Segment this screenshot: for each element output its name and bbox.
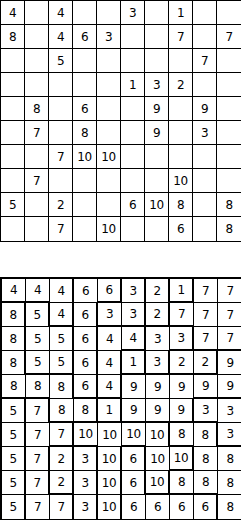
solution-cell-r2c2: 5 <box>26 303 50 327</box>
puzzle-cell-r9c9[interactable] <box>193 193 217 217</box>
puzzle-cell-r2c6[interactable] <box>121 25 145 49</box>
puzzle-cell-r7c5[interactable]: 10 <box>97 145 121 169</box>
puzzle-cell-r7c10[interactable] <box>217 145 241 169</box>
puzzle-cell-r3c5[interactable] <box>97 49 121 73</box>
solution-cell-r6c5: 1 <box>98 399 122 423</box>
puzzle-cell-r4c8[interactable]: 2 <box>169 73 193 97</box>
puzzle-cell-r6c7[interactable]: 9 <box>145 121 169 145</box>
solution-cell-r3c10: 7 <box>218 327 241 351</box>
solution-cell-r8c4: 3 <box>74 447 98 471</box>
puzzle-cell-r8c9[interactable] <box>193 169 217 193</box>
puzzle-cell-r5c4[interactable]: 6 <box>73 97 97 121</box>
puzzle-cell-r1c5[interactable] <box>97 1 121 25</box>
puzzle-cell-r1c9[interactable] <box>193 1 217 25</box>
puzzle-cell-r6c2[interactable]: 7 <box>25 121 49 145</box>
puzzle-cell-r8c8[interactable]: 10 <box>169 169 193 193</box>
puzzle-cell-r10c10[interactable]: 8 <box>217 217 241 241</box>
puzzle-cell-r4c3[interactable] <box>49 73 73 97</box>
solution-cell-r5c9: 9 <box>194 375 218 399</box>
solution-cell-r7c3: 7 <box>50 423 74 447</box>
solution-cell-r9c8: 8 <box>170 471 194 495</box>
solution-cell-r4c7: 3 <box>146 351 170 375</box>
solution-cell-r3c3: 5 <box>50 327 74 351</box>
puzzle-cell-r6c9[interactable]: 3 <box>193 121 217 145</box>
solution-cell-r1c10: 7 <box>218 279 241 303</box>
fillomino-solution-grid: 4446632177854633277785564433778556413229… <box>0 277 241 520</box>
solution-cell-r7c4: 10 <box>74 423 98 447</box>
puzzle-cell-r9c7[interactable]: 10 <box>145 193 169 217</box>
puzzle-cell-r5c9[interactable]: 9 <box>193 97 217 121</box>
puzzle-cell-r2c2[interactable] <box>25 25 49 49</box>
solution-cell-r5c7: 9 <box>146 375 170 399</box>
solution-cell-r8c3: 2 <box>50 447 74 471</box>
puzzle-cell-r5c8[interactable] <box>169 97 193 121</box>
solution-cell-r2c9: 7 <box>194 303 218 327</box>
solution-cell-r9c9: 8 <box>194 471 218 495</box>
solution-cell-r9c6: 6 <box>122 471 146 495</box>
solution-cell-r1c5: 6 <box>98 279 122 303</box>
solution-cell-r2c7: 2 <box>146 303 170 327</box>
puzzle-cell-r10c2[interactable] <box>25 217 49 241</box>
solution-cell-r9c10: 8 <box>218 471 241 495</box>
solution-cell-r3c4: 6 <box>74 327 98 351</box>
puzzle-cell-r9c8[interactable]: 8 <box>169 193 193 217</box>
puzzle-cell-r4c6[interactable]: 1 <box>121 73 145 97</box>
puzzle-cell-r2c8[interactable]: 7 <box>169 25 193 49</box>
puzzle-cell-r10c4[interactable] <box>73 217 97 241</box>
puzzle-cell-r7c2[interactable] <box>25 145 49 169</box>
solution-cell-r8c2: 7 <box>26 447 50 471</box>
solution-cell-r9c3: 2 <box>50 471 74 495</box>
solution-cell-r4c1: 8 <box>2 351 26 375</box>
fillomino-puzzle-grid: 4431846377571328699789371010710526108871… <box>0 0 241 242</box>
solution-cell-r3c1: 8 <box>2 327 26 351</box>
puzzle-cell-r7c7[interactable] <box>145 145 169 169</box>
puzzle-cell-r8c1[interactable] <box>1 169 25 193</box>
puzzle-cell-r1c6[interactable]: 3 <box>121 1 145 25</box>
puzzle-cell-r10c7[interactable] <box>145 217 169 241</box>
solution-cell-r5c4: 6 <box>74 375 98 399</box>
solution-cell-r3c8: 3 <box>170 327 194 351</box>
solution-cell-r5c5: 4 <box>98 375 122 399</box>
solution-cell-r4c2: 5 <box>26 351 50 375</box>
puzzle-cell-r3c4[interactable] <box>73 49 97 73</box>
puzzle-cell-r5c2[interactable]: 8 <box>25 97 49 121</box>
solution-cell-r1c7: 2 <box>146 279 170 303</box>
puzzle-cell-r5c5[interactable] <box>97 97 121 121</box>
solution-cell-r5c3: 8 <box>50 375 74 399</box>
solution-cell-r6c2: 7 <box>26 399 50 423</box>
puzzle-cell-r2c1[interactable]: 8 <box>1 25 25 49</box>
puzzle-cell-r9c4[interactable] <box>73 193 97 217</box>
puzzle-cell-r8c10[interactable] <box>217 169 241 193</box>
solution-cell-r8c5: 10 <box>98 447 122 471</box>
puzzle-cell-r10c6[interactable] <box>121 217 145 241</box>
solution-cell-r4c10: 9 <box>218 351 241 375</box>
puzzle-cell-r5c3[interactable] <box>49 97 73 121</box>
solution-cell-r6c3: 8 <box>50 399 74 423</box>
solution-cell-r5c2: 8 <box>26 375 50 399</box>
solution-cell-r10c4: 3 <box>74 495 98 519</box>
solution-cell-r1c1: 4 <box>2 279 26 303</box>
solution-cell-r9c1: 5 <box>2 471 26 495</box>
solution-cell-r7c7: 10 <box>146 423 170 447</box>
solution-cell-r7c10: 3 <box>218 423 241 447</box>
solution-cell-r1c2: 4 <box>26 279 50 303</box>
puzzle-cell-r6c8[interactable] <box>169 121 193 145</box>
puzzle-cell-r7c3[interactable]: 7 <box>49 145 73 169</box>
puzzle-cell-r9c6[interactable]: 6 <box>121 193 145 217</box>
puzzle-cell-r5c6[interactable] <box>121 97 145 121</box>
solution-cell-r9c7: 10 <box>146 471 170 495</box>
solution-cell-r4c6: 1 <box>122 351 146 375</box>
puzzle-cell-r9c1[interactable]: 5 <box>1 193 25 217</box>
solution-cell-r10c8: 6 <box>170 495 194 519</box>
solution-cell-r9c5: 10 <box>98 471 122 495</box>
solution-cell-r3c7: 3 <box>146 327 170 351</box>
solution-cell-r6c1: 5 <box>2 399 26 423</box>
solution-cell-r6c6: 9 <box>122 399 146 423</box>
puzzle-cell-r1c10[interactable] <box>217 1 241 25</box>
puzzle-cell-r8c4[interactable] <box>73 169 97 193</box>
solution-cell-r2c4: 6 <box>74 303 98 327</box>
solution-cell-r5c8: 9 <box>170 375 194 399</box>
solution-cell-r8c9: 8 <box>194 447 218 471</box>
puzzle-cell-r3c2[interactable] <box>25 49 49 73</box>
solution-cell-r7c8: 8 <box>170 423 194 447</box>
solution-cell-r3c9: 7 <box>194 327 218 351</box>
puzzle-cell-r3c6[interactable] <box>121 49 145 73</box>
puzzle-cell-r3c10[interactable] <box>217 49 241 73</box>
solution-cell-r3c5: 4 <box>98 327 122 351</box>
puzzle-cell-r3c7[interactable] <box>145 49 169 73</box>
puzzle-cell-r7c9[interactable] <box>193 145 217 169</box>
puzzle-cell-r4c4[interactable] <box>73 73 97 97</box>
solution-cell-r8c7: 10 <box>146 447 170 471</box>
puzzle-cell-r1c3[interactable]: 4 <box>49 1 73 25</box>
solution-cell-r10c6: 6 <box>122 495 146 519</box>
puzzle-cell-r9c5[interactable] <box>97 193 121 217</box>
solution-cell-r1c8: 1 <box>170 279 194 303</box>
solution-cell-r2c6: 3 <box>122 303 146 327</box>
puzzle-cell-r3c1[interactable] <box>1 49 25 73</box>
puzzle-cell-r10c1[interactable] <box>1 217 25 241</box>
solution-cell-r4c9: 2 <box>194 351 218 375</box>
puzzle-cell-r8c7[interactable] <box>145 169 169 193</box>
puzzle-cell-r10c8[interactable]: 6 <box>169 217 193 241</box>
puzzle-cell-r4c10[interactable] <box>217 73 241 97</box>
solution-cell-r7c2: 7 <box>26 423 50 447</box>
puzzle-cell-r7c1[interactable] <box>1 145 25 169</box>
puzzle-cell-r7c4[interactable]: 10 <box>73 145 97 169</box>
puzzle-cell-r1c1[interactable]: 4 <box>1 1 25 25</box>
solution-cell-r10c10: 8 <box>218 495 241 519</box>
solution-cell-r8c6: 6 <box>122 447 146 471</box>
solution-cell-r6c4: 8 <box>74 399 98 423</box>
puzzle-cell-r9c2[interactable] <box>25 193 49 217</box>
solution-cell-r7c9: 8 <box>194 423 218 447</box>
solution-cell-r5c6: 9 <box>122 375 146 399</box>
solution-cell-r10c1: 5 <box>2 495 26 519</box>
solution-cell-r1c4: 6 <box>74 279 98 303</box>
solution-cell-r1c3: 4 <box>50 279 74 303</box>
solution-cell-r4c5: 4 <box>98 351 122 375</box>
solution-cell-r2c5: 3 <box>98 303 122 327</box>
puzzle-cell-r10c9[interactable] <box>193 217 217 241</box>
solution-cell-r2c10: 7 <box>218 303 241 327</box>
puzzle-cell-r2c4[interactable]: 6 <box>73 25 97 49</box>
puzzle-cell-r4c1[interactable] <box>1 73 25 97</box>
solution-cell-r7c6: 10 <box>122 423 146 447</box>
puzzle-cell-r4c2[interactable] <box>25 73 49 97</box>
solution-cell-r4c4: 6 <box>74 351 98 375</box>
solution-cell-r6c8: 9 <box>170 399 194 423</box>
puzzle-cell-r8c2[interactable]: 7 <box>25 169 49 193</box>
puzzle-cell-r9c10[interactable]: 8 <box>217 193 241 217</box>
solution-cell-r5c1: 8 <box>2 375 26 399</box>
puzzle-cell-r4c9[interactable] <box>193 73 217 97</box>
puzzle-cell-r3c9[interactable]: 7 <box>193 49 217 73</box>
puzzle-cell-r8c3[interactable] <box>49 169 73 193</box>
puzzle-cell-r7c6[interactable] <box>121 145 145 169</box>
puzzle-cell-r6c1[interactable] <box>1 121 25 145</box>
solution-cell-r9c4: 3 <box>74 471 98 495</box>
puzzle-cell-r2c10[interactable]: 7 <box>217 25 241 49</box>
fillomino-page: 4431846377571328699789371010710526108871… <box>0 0 241 520</box>
solution-cell-r3c2: 5 <box>26 327 50 351</box>
puzzle-cell-r10c5[interactable]: 10 <box>97 217 121 241</box>
puzzle-cell-r6c6[interactable] <box>121 121 145 145</box>
puzzle-cell-r6c5[interactable] <box>97 121 121 145</box>
solution-cell-r10c3: 7 <box>50 495 74 519</box>
solution-cell-r6c10: 3 <box>218 399 241 423</box>
puzzle-cell-r2c7[interactable] <box>145 25 169 49</box>
solution-cell-r2c1: 8 <box>2 303 26 327</box>
puzzle-cell-r3c3[interactable]: 5 <box>49 49 73 73</box>
solution-cell-r8c10: 8 <box>218 447 241 471</box>
puzzle-cell-r8c5[interactable] <box>97 169 121 193</box>
solution-cell-r10c9: 6 <box>194 495 218 519</box>
puzzle-cell-r6c3[interactable] <box>49 121 73 145</box>
solution-cell-r6c9: 3 <box>194 399 218 423</box>
puzzle-cell-r4c7[interactable]: 3 <box>145 73 169 97</box>
solution-cell-r10c7: 6 <box>146 495 170 519</box>
solution-cell-r2c8: 7 <box>170 303 194 327</box>
solution-cell-r8c8: 10 <box>170 447 194 471</box>
puzzle-cell-r4c5[interactable] <box>97 73 121 97</box>
puzzle-cell-r9c3[interactable]: 2 <box>49 193 73 217</box>
puzzle-cell-r7c8[interactable] <box>169 145 193 169</box>
solution-cell-r3c6: 4 <box>122 327 146 351</box>
puzzle-cell-r6c4[interactable]: 8 <box>73 121 97 145</box>
puzzle-cell-r5c10[interactable] <box>217 97 241 121</box>
puzzle-cell-r8c6[interactable] <box>121 169 145 193</box>
puzzle-cell-r5c7[interactable]: 9 <box>145 97 169 121</box>
solution-cell-r5c10: 9 <box>218 375 241 399</box>
solution-cell-r2c3: 4 <box>50 303 74 327</box>
solution-cell-r1c9: 7 <box>194 279 218 303</box>
solution-cell-r1c6: 3 <box>122 279 146 303</box>
puzzle-cell-r1c8[interactable]: 1 <box>169 1 193 25</box>
solution-cell-r4c3: 5 <box>50 351 74 375</box>
puzzle-cell-r10c3[interactable]: 7 <box>49 217 73 241</box>
solution-cell-r8c1: 5 <box>2 447 26 471</box>
solution-cell-r7c1: 5 <box>2 423 26 447</box>
solution-cell-r6c7: 9 <box>146 399 170 423</box>
puzzle-cell-r2c9[interactable] <box>193 25 217 49</box>
puzzle-cell-r5c1[interactable] <box>1 97 25 121</box>
solution-cell-r7c5: 10 <box>98 423 122 447</box>
solution-cell-r10c5: 10 <box>98 495 122 519</box>
puzzle-cell-r2c5[interactable]: 3 <box>97 25 121 49</box>
solution-cell-r10c2: 7 <box>26 495 50 519</box>
puzzle-cell-r1c7[interactable] <box>145 1 169 25</box>
puzzle-cell-r3c8[interactable] <box>169 49 193 73</box>
solution-cell-r4c8: 2 <box>170 351 194 375</box>
puzzle-cell-r1c2[interactable] <box>25 1 49 25</box>
puzzle-cell-r1c4[interactable] <box>73 1 97 25</box>
puzzle-cell-r2c3[interactable]: 4 <box>49 25 73 49</box>
solution-cell-r9c2: 7 <box>26 471 50 495</box>
puzzle-cell-r6c10[interactable] <box>217 121 241 145</box>
